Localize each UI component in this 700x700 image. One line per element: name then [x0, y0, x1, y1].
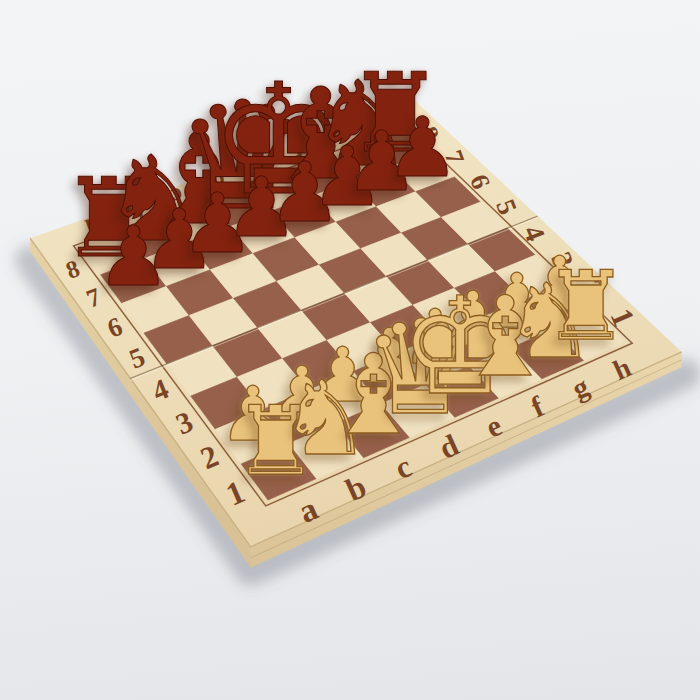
chess-set-photo: aabbccddeeffgghh8877665544332211 ♜♞♝♛♚♝♞… [0, 0, 700, 700]
piece-black-pawn-h7[interactable]: ♟ [386, 106, 460, 189]
piece-white-rook-h1[interactable]: ♜ [543, 258, 629, 354]
